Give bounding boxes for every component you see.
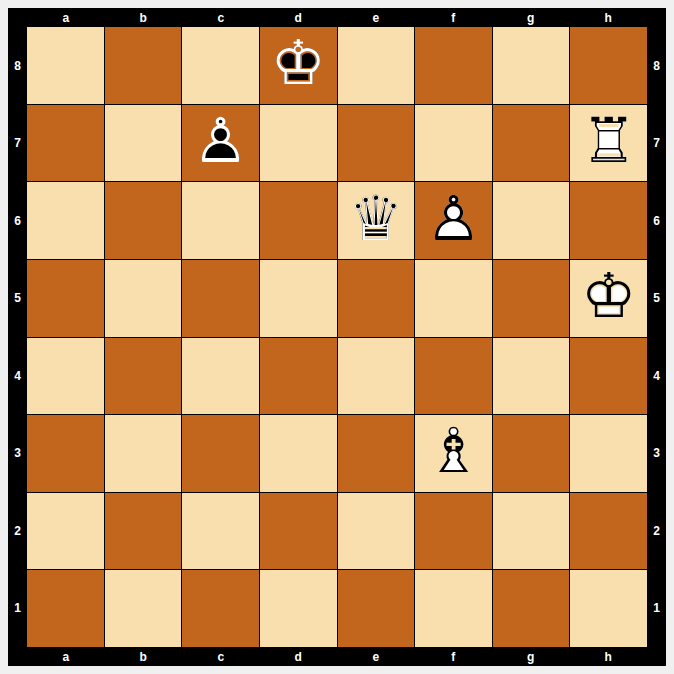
square-b6[interactable] xyxy=(105,182,182,259)
square-c3[interactable] xyxy=(182,415,259,492)
file-label-e: e xyxy=(337,647,415,666)
square-d1[interactable] xyxy=(260,570,337,647)
square-e3[interactable] xyxy=(338,415,415,492)
square-h6[interactable] xyxy=(570,182,647,259)
square-e6[interactable]: ♛♕ xyxy=(338,182,415,259)
square-d6[interactable] xyxy=(260,182,337,259)
square-f8[interactable] xyxy=(415,27,492,104)
file-label-f: f xyxy=(415,647,493,666)
square-h7[interactable]: ♜♖ xyxy=(570,105,647,182)
white-rook-outline: ♖ xyxy=(581,109,637,171)
white-bishop-outline: ♗ xyxy=(426,420,482,482)
square-d4[interactable] xyxy=(260,338,337,415)
rank-label-1: 1 xyxy=(8,570,27,648)
square-e7[interactable] xyxy=(338,105,415,182)
square-a8[interactable] xyxy=(27,27,104,104)
square-h3[interactable] xyxy=(570,415,647,492)
file-label-d: d xyxy=(260,647,338,666)
square-g3[interactable] xyxy=(493,415,570,492)
square-e1[interactable] xyxy=(338,570,415,647)
square-c2[interactable] xyxy=(182,493,259,570)
square-h1[interactable] xyxy=(570,570,647,647)
file-label-f: f xyxy=(415,8,493,27)
square-a6[interactable] xyxy=(27,182,104,259)
file-label-e: e xyxy=(337,8,415,27)
board-grid: ♚♔♟♙♜♖♛♕♟♙♚♔♝♗ xyxy=(27,27,647,647)
square-h4[interactable] xyxy=(570,338,647,415)
rank-label-6: 6 xyxy=(8,182,27,260)
black-king-outline: ♔ xyxy=(270,32,326,94)
square-g4[interactable] xyxy=(493,338,570,415)
square-f7[interactable] xyxy=(415,105,492,182)
piece-black-king[interactable]: ♚♔ xyxy=(260,27,337,104)
square-b8[interactable] xyxy=(105,27,182,104)
rank-label-3: 3 xyxy=(647,415,666,493)
file-label-c: c xyxy=(182,647,260,666)
file-label-h: h xyxy=(570,647,648,666)
rank-label-1: 1 xyxy=(647,570,666,648)
square-b1[interactable] xyxy=(105,570,182,647)
file-labels-bottom: abcdefgh xyxy=(27,647,647,666)
file-label-b: b xyxy=(105,8,183,27)
square-e5[interactable] xyxy=(338,260,415,337)
white-king-outline: ♔ xyxy=(581,265,637,327)
square-e4[interactable] xyxy=(338,338,415,415)
square-f1[interactable] xyxy=(415,570,492,647)
square-c1[interactable] xyxy=(182,570,259,647)
square-c4[interactable] xyxy=(182,338,259,415)
file-label-d: d xyxy=(260,8,338,27)
page: { "game": "chess", "position": { "fen": … xyxy=(0,0,674,674)
square-g2[interactable] xyxy=(493,493,570,570)
square-d8[interactable]: ♚♔ xyxy=(260,27,337,104)
square-h8[interactable] xyxy=(570,27,647,104)
rank-label-7: 7 xyxy=(8,105,27,183)
square-b3[interactable] xyxy=(105,415,182,492)
rank-labels-left: 87654321 xyxy=(8,27,27,647)
square-d3[interactable] xyxy=(260,415,337,492)
square-g6[interactable] xyxy=(493,182,570,259)
square-f2[interactable] xyxy=(415,493,492,570)
square-b4[interactable] xyxy=(105,338,182,415)
rank-label-4: 4 xyxy=(8,337,27,415)
rank-label-5: 5 xyxy=(647,260,666,338)
black-pawn-outline: ♙ xyxy=(193,109,249,171)
rank-label-5: 5 xyxy=(8,260,27,338)
file-labels-top: abcdefgh xyxy=(27,8,647,27)
file-label-a: a xyxy=(27,647,105,666)
piece-white-pawn[interactable]: ♟♙ xyxy=(415,182,492,259)
square-d7[interactable] xyxy=(260,105,337,182)
rank-label-8: 8 xyxy=(647,27,666,105)
square-a1[interactable] xyxy=(27,570,104,647)
white-pawn-outline: ♙ xyxy=(426,187,482,249)
square-f4[interactable] xyxy=(415,338,492,415)
square-a5[interactable] xyxy=(27,260,104,337)
chess-board: abcdefgh abcdefgh 87654321 87654321 ♚♔♟♙… xyxy=(8,8,666,666)
square-g8[interactable] xyxy=(493,27,570,104)
square-f5[interactable] xyxy=(415,260,492,337)
rank-label-7: 7 xyxy=(647,105,666,183)
rank-label-8: 8 xyxy=(8,27,27,105)
piece-black-pawn[interactable]: ♟♙ xyxy=(182,105,259,182)
square-h2[interactable] xyxy=(570,493,647,570)
piece-white-king[interactable]: ♚♔ xyxy=(570,260,647,337)
file-label-a: a xyxy=(27,8,105,27)
square-d5[interactable] xyxy=(260,260,337,337)
piece-white-rook[interactable]: ♜♖ xyxy=(570,105,647,182)
square-b2[interactable] xyxy=(105,493,182,570)
piece-white-bishop[interactable]: ♝♗ xyxy=(415,415,492,492)
square-d2[interactable] xyxy=(260,493,337,570)
square-a7[interactable] xyxy=(27,105,104,182)
rank-label-6: 6 xyxy=(647,182,666,260)
file-label-b: b xyxy=(105,647,183,666)
rank-label-2: 2 xyxy=(647,492,666,570)
square-g5[interactable] xyxy=(493,260,570,337)
square-a4[interactable] xyxy=(27,338,104,415)
rank-label-4: 4 xyxy=(647,337,666,415)
file-label-h: h xyxy=(570,8,648,27)
file-label-c: c xyxy=(182,8,260,27)
rank-label-2: 2 xyxy=(8,492,27,570)
square-c8[interactable] xyxy=(182,27,259,104)
square-f3[interactable]: ♝♗ xyxy=(415,415,492,492)
square-h5[interactable]: ♚♔ xyxy=(570,260,647,337)
square-c6[interactable] xyxy=(182,182,259,259)
square-g1[interactable] xyxy=(493,570,570,647)
file-label-g: g xyxy=(492,8,570,27)
rank-label-3: 3 xyxy=(8,415,27,493)
square-a2[interactable] xyxy=(27,493,104,570)
square-a3[interactable] xyxy=(27,415,104,492)
square-e2[interactable] xyxy=(338,493,415,570)
piece-black-queen[interactable]: ♛♕ xyxy=(338,182,415,259)
file-label-g: g xyxy=(492,647,570,666)
square-f6[interactable]: ♟♙ xyxy=(415,182,492,259)
square-b7[interactable] xyxy=(105,105,182,182)
black-queen-outline: ♕ xyxy=(348,187,404,249)
rank-labels-right: 87654321 xyxy=(647,27,666,647)
square-c5[interactable] xyxy=(182,260,259,337)
square-e8[interactable] xyxy=(338,27,415,104)
square-g7[interactable] xyxy=(493,105,570,182)
square-b5[interactable] xyxy=(105,260,182,337)
square-c7[interactable]: ♟♙ xyxy=(182,105,259,182)
